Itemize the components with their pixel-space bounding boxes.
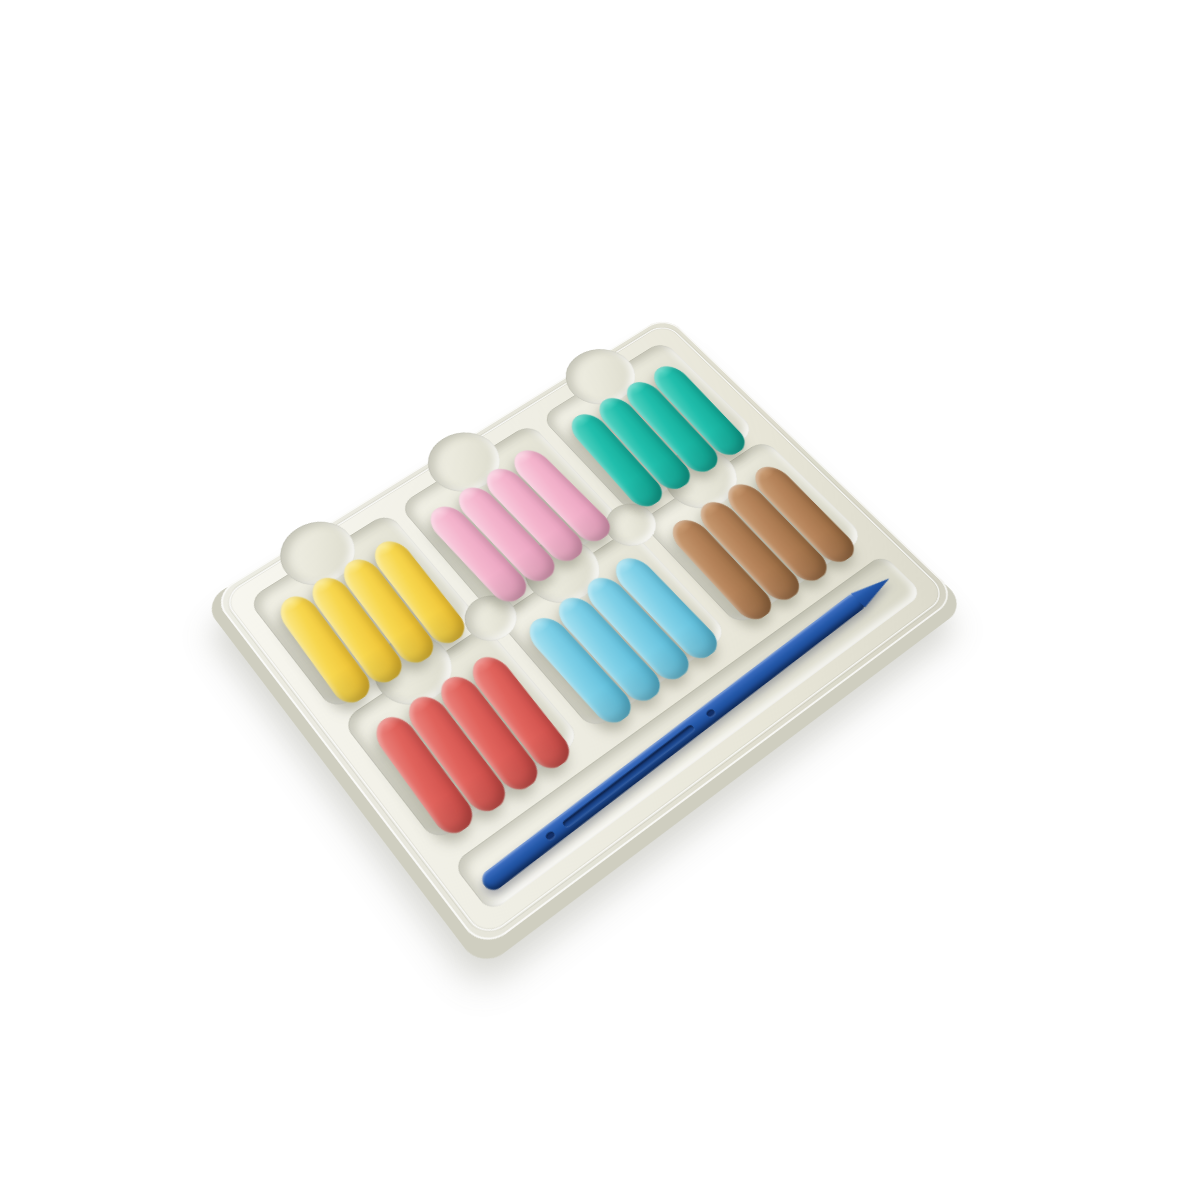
clay-tray [211,315,958,951]
photo-canvas [0,0,1200,1200]
tray-perspective-wrap [211,315,958,951]
clay-grid [247,340,865,843]
tool-slot [562,724,696,828]
